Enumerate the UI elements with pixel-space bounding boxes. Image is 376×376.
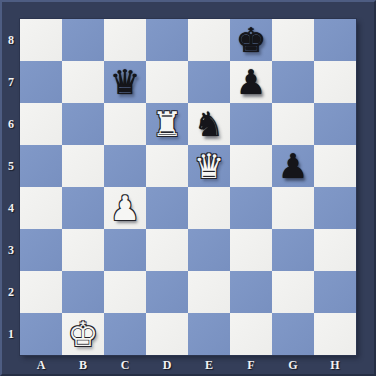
square-h8[interactable] (314, 19, 356, 61)
square-d7[interactable] (146, 61, 188, 103)
square-d3[interactable] (146, 229, 188, 271)
rank-labels: 87654321 (2, 19, 20, 355)
square-c4[interactable]: ♟ (104, 187, 146, 229)
square-a6[interactable] (20, 103, 62, 145)
square-g5[interactable]: ♟ (272, 145, 314, 187)
rank-label-4: 4 (2, 187, 20, 229)
square-c7[interactable]: ♛ (104, 61, 146, 103)
square-g6[interactable] (272, 103, 314, 145)
square-a5[interactable] (20, 145, 62, 187)
square-f8[interactable]: ♚ (230, 19, 272, 61)
square-a7[interactable] (20, 61, 62, 103)
square-h2[interactable] (314, 271, 356, 313)
square-g4[interactable] (272, 187, 314, 229)
square-h6[interactable] (314, 103, 356, 145)
square-b3[interactable] (62, 229, 104, 271)
piece-black-knight[interactable]: ♞ (188, 103, 230, 145)
square-h4[interactable] (314, 187, 356, 229)
square-b8[interactable] (62, 19, 104, 61)
square-b7[interactable] (62, 61, 104, 103)
square-a2[interactable] (20, 271, 62, 313)
square-d2[interactable] (146, 271, 188, 313)
square-h5[interactable] (314, 145, 356, 187)
file-label-e: E (188, 355, 230, 375)
square-c3[interactable] (104, 229, 146, 271)
square-f2[interactable] (230, 271, 272, 313)
piece-white-king[interactable]: ♚ (62, 313, 104, 355)
piece-black-pawn[interactable]: ♟ (272, 145, 314, 187)
file-label-g: G (272, 355, 314, 375)
square-c1[interactable] (104, 313, 146, 355)
square-e7[interactable] (188, 61, 230, 103)
square-e2[interactable] (188, 271, 230, 313)
square-h1[interactable] (314, 313, 356, 355)
piece-white-rook[interactable]: ♜ (146, 103, 188, 145)
rank-label-6: 6 (2, 103, 20, 145)
square-c8[interactable] (104, 19, 146, 61)
square-d5[interactable] (146, 145, 188, 187)
square-a1[interactable] (20, 313, 62, 355)
file-label-f: F (230, 355, 272, 375)
chess-board-frame: 87654321 ♚♛♟♜♞♛♟♟♚ ABCDEFGH (0, 0, 376, 376)
piece-black-queen[interactable]: ♛ (104, 61, 146, 103)
square-a3[interactable] (20, 229, 62, 271)
square-e4[interactable] (188, 187, 230, 229)
square-f6[interactable] (230, 103, 272, 145)
square-h7[interactable] (314, 61, 356, 103)
chess-board: ♚♛♟♜♞♛♟♟♚ (20, 19, 356, 355)
square-b5[interactable] (62, 145, 104, 187)
file-label-c: C (104, 355, 146, 375)
piece-white-queen[interactable]: ♛ (188, 145, 230, 187)
square-f7[interactable]: ♟ (230, 61, 272, 103)
rank-label-1: 1 (2, 313, 20, 355)
rank-label-5: 5 (2, 145, 20, 187)
piece-black-pawn[interactable]: ♟ (230, 61, 272, 103)
piece-white-pawn[interactable]: ♟ (104, 187, 146, 229)
square-g8[interactable] (272, 19, 314, 61)
rank-label-7: 7 (2, 61, 20, 103)
square-c2[interactable] (104, 271, 146, 313)
square-b4[interactable] (62, 187, 104, 229)
file-labels: ABCDEFGH (20, 355, 356, 375)
square-b6[interactable] (62, 103, 104, 145)
file-label-h: H (314, 355, 356, 375)
square-c6[interactable] (104, 103, 146, 145)
square-b1[interactable]: ♚ (62, 313, 104, 355)
square-f1[interactable] (230, 313, 272, 355)
square-c5[interactable] (104, 145, 146, 187)
rank-label-2: 2 (2, 271, 20, 313)
square-h3[interactable] (314, 229, 356, 271)
square-f5[interactable] (230, 145, 272, 187)
square-f3[interactable] (230, 229, 272, 271)
square-e6[interactable]: ♞ (188, 103, 230, 145)
square-d4[interactable] (146, 187, 188, 229)
rank-label-3: 3 (2, 229, 20, 271)
square-g7[interactable] (272, 61, 314, 103)
square-d1[interactable] (146, 313, 188, 355)
file-label-d: D (146, 355, 188, 375)
square-g2[interactable] (272, 271, 314, 313)
square-d6[interactable]: ♜ (146, 103, 188, 145)
square-a4[interactable] (20, 187, 62, 229)
file-label-b: B (62, 355, 104, 375)
square-e5[interactable]: ♛ (188, 145, 230, 187)
rank-label-8: 8 (2, 19, 20, 61)
piece-black-king[interactable]: ♚ (230, 19, 272, 61)
square-e1[interactable] (188, 313, 230, 355)
square-f4[interactable] (230, 187, 272, 229)
square-a8[interactable] (20, 19, 62, 61)
square-g1[interactable] (272, 313, 314, 355)
square-e3[interactable] (188, 229, 230, 271)
square-d8[interactable] (146, 19, 188, 61)
square-b2[interactable] (62, 271, 104, 313)
file-label-a: A (20, 355, 62, 375)
square-g3[interactable] (272, 229, 314, 271)
square-e8[interactable] (188, 19, 230, 61)
